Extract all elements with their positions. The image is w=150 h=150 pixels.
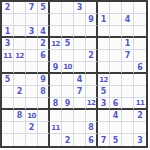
cell-r12c7-empty[interactable]: [74, 134, 86, 146]
cell-r6c2-empty[interactable]: [14, 62, 26, 74]
cell-r2c7-empty[interactable]: [74, 14, 86, 26]
cell-r10c2-given[interactable]: 8: [14, 110, 26, 122]
cell-r3c9-empty[interactable]: [98, 26, 110, 38]
cell-r8c8-empty[interactable]: [86, 86, 98, 98]
cell-r3c11-empty[interactable]: [122, 26, 134, 38]
cell-r8c7-given[interactable]: 7: [74, 86, 86, 98]
cell-r4c11-given[interactable]: 1: [122, 38, 134, 50]
cell-r6c12-given[interactable]: 6: [134, 62, 146, 74]
cell-r8c3-empty[interactable]: [26, 86, 38, 98]
cell-r3c6-empty[interactable]: [62, 26, 74, 38]
cell-r12c8-given[interactable]: 6: [86, 134, 98, 146]
cell-r5c9-empty[interactable]: [98, 50, 110, 62]
cell-r12c5-empty[interactable]: [50, 134, 62, 146]
cell-r8c2-given[interactable]: 2: [14, 86, 26, 98]
cell-r4c6-given[interactable]: 5: [62, 38, 74, 50]
cell-r8c12-empty[interactable]: [134, 86, 146, 98]
cell-r2c10-empty[interactable]: [110, 14, 122, 26]
cell-r3c12-empty[interactable]: [134, 26, 146, 38]
cell-r11c3-given[interactable]: 2: [26, 122, 38, 134]
cell-r10c11-empty[interactable]: [122, 110, 134, 122]
cell-r9c4-empty[interactable]: [38, 98, 50, 110]
cell-r11c6-empty[interactable]: [62, 122, 74, 134]
cell-r6c11-empty[interactable]: [122, 62, 134, 74]
cell-r9c10-given[interactable]: 6: [110, 98, 122, 110]
cell-r10c12-given[interactable]: 2: [134, 110, 146, 122]
cell-r11c2-empty[interactable]: [14, 122, 26, 134]
cell-r9c3-empty[interactable]: [26, 98, 38, 110]
cell-r6c7-empty[interactable]: [74, 62, 86, 74]
cell-r6c6-given[interactable]: 10: [62, 62, 74, 74]
cell-r8c5-empty[interactable]: [50, 86, 62, 98]
cell-r7c3-empty[interactable]: [26, 74, 38, 86]
cell-r11c1-empty[interactable]: [2, 122, 14, 134]
cell-r3c7-empty[interactable]: [74, 26, 86, 38]
cell-r5c11-given[interactable]: 7: [122, 50, 134, 62]
cell-r11c9-empty[interactable]: [98, 122, 110, 134]
cell-r5c2-given[interactable]: 12: [14, 50, 26, 62]
cell-r2c9-given[interactable]: 1: [98, 14, 110, 26]
cell-r9c1-empty[interactable]: [2, 98, 14, 110]
cell-r4c3-empty[interactable]: [26, 38, 38, 50]
cell-r7c7-given[interactable]: 4: [74, 74, 86, 86]
cell-r3c3-given[interactable]: 3: [26, 26, 38, 38]
cell-r7c9-given[interactable]: 12: [98, 74, 110, 86]
cell-r4c1-given[interactable]: 3: [2, 38, 14, 50]
cell-r9c12-given[interactable]: 11: [134, 98, 146, 110]
cell-r6c9-empty[interactable]: [98, 62, 110, 74]
cell-r5c6-empty[interactable]: [62, 50, 74, 62]
cell-r1c4-given[interactable]: 5: [38, 2, 50, 14]
cell-r12c12-given[interactable]: 3: [134, 134, 146, 146]
cell-r12c6-given[interactable]: 2: [62, 134, 74, 146]
cell-r4c9-empty[interactable]: [98, 38, 110, 50]
cell-r1c11-empty[interactable]: [122, 2, 134, 14]
cell-r9c6-given[interactable]: 9: [62, 98, 74, 110]
cell-r11c4-empty[interactable]: [38, 122, 50, 134]
cell-r3c2-empty[interactable]: [14, 26, 26, 38]
cell-r2c12-empty[interactable]: [134, 14, 146, 26]
cell-r11c11-empty[interactable]: [122, 122, 134, 134]
cell-r1c7-given[interactable]: 3: [74, 2, 86, 14]
cell-r12c3-empty[interactable]: [26, 134, 38, 146]
cell-r5c5-empty[interactable]: [50, 50, 62, 62]
cell-r10c9-empty[interactable]: [98, 110, 110, 122]
cell-r7c2-empty[interactable]: [14, 74, 26, 86]
cell-r12c4-empty[interactable]: [38, 134, 50, 146]
cell-r10c10-given[interactable]: 4: [110, 110, 122, 122]
cell-r3c5-empty[interactable]: [50, 26, 62, 38]
cell-r8c11-empty[interactable]: [122, 86, 134, 98]
cell-r9c9-given[interactable]: 3: [98, 98, 110, 110]
cell-r2c3-empty[interactable]: [26, 14, 38, 26]
cell-r4c5-given[interactable]: 12: [50, 38, 62, 50]
sudoku-board: 2753914134321251111262791065941228758912…: [0, 0, 148, 148]
cell-r6c1-empty[interactable]: [2, 62, 14, 74]
cell-r1c5-empty[interactable]: [50, 2, 62, 14]
cell-r2c2-empty[interactable]: [14, 14, 26, 26]
cell-r7c5-empty[interactable]: [50, 74, 62, 86]
cell-r4c2-empty[interactable]: [14, 38, 26, 50]
cell-r11c7-empty[interactable]: [74, 122, 86, 134]
cell-r12c2-empty[interactable]: [14, 134, 26, 146]
cell-r5c10-empty[interactable]: [110, 50, 122, 62]
cell-r3c10-empty[interactable]: [110, 26, 122, 38]
cell-r5c3-empty[interactable]: [26, 50, 38, 62]
cell-r11c10-empty[interactable]: [110, 122, 122, 134]
cell-r1c1-given[interactable]: 2: [2, 2, 14, 14]
cell-r9c2-empty[interactable]: [14, 98, 26, 110]
cell-r7c10-empty[interactable]: [110, 74, 122, 86]
cell-r9c7-empty[interactable]: [74, 98, 86, 110]
cell-r9c5-given[interactable]: 8: [50, 98, 62, 110]
cell-r8c9-given[interactable]: 5: [98, 86, 110, 98]
cell-r10c7-empty[interactable]: [74, 110, 86, 122]
cell-r4c12-empty[interactable]: [134, 38, 146, 50]
cell-r1c6-empty[interactable]: [62, 2, 74, 14]
cell-r2c5-empty[interactable]: [50, 14, 62, 26]
cell-r11c5-given[interactable]: 11: [50, 122, 62, 134]
cell-r1c2-empty[interactable]: [14, 2, 26, 14]
cell-r2c8-given[interactable]: 9: [86, 14, 98, 26]
cell-r1c10-empty[interactable]: [110, 2, 122, 14]
cell-r4c7-empty[interactable]: [74, 38, 86, 50]
cell-r4c4-given[interactable]: 2: [38, 38, 50, 50]
cell-r2c6-empty[interactable]: [62, 14, 74, 26]
cell-r8c10-empty[interactable]: [110, 86, 122, 98]
cell-r10c8-empty[interactable]: [86, 110, 98, 122]
cell-r10c5-empty[interactable]: [50, 110, 62, 122]
cell-r6c4-empty[interactable]: [38, 62, 50, 74]
cell-r1c9-empty[interactable]: [98, 2, 110, 14]
cell-r12c9-given[interactable]: 7: [98, 134, 110, 146]
cell-r1c12-empty[interactable]: [134, 2, 146, 14]
cell-r10c6-empty[interactable]: [62, 110, 74, 122]
cell-r1c8-empty[interactable]: [86, 2, 98, 14]
cell-r7c1-given[interactable]: 5: [2, 74, 14, 86]
cell-r7c11-empty[interactable]: [122, 74, 134, 86]
cell-r5c4-given[interactable]: 6: [38, 50, 50, 62]
cell-r7c8-empty[interactable]: [86, 74, 98, 86]
cell-r7c6-empty[interactable]: [62, 74, 74, 86]
cell-r10c3-given[interactable]: 10: [26, 110, 38, 122]
cell-r10c4-empty[interactable]: [38, 110, 50, 122]
cell-r5c1-given[interactable]: 11: [2, 50, 14, 62]
cell-r2c11-given[interactable]: 4: [122, 14, 134, 26]
cell-r8c1-empty[interactable]: [2, 86, 14, 98]
cell-r6c10-empty[interactable]: [110, 62, 122, 74]
cell-r3c1-given[interactable]: 1: [2, 26, 14, 38]
cell-r5c8-given[interactable]: 2: [86, 50, 98, 62]
cell-r10c1-empty[interactable]: [2, 110, 14, 122]
cell-r2c4-empty[interactable]: [38, 14, 50, 26]
cell-r7c4-given[interactable]: 9: [38, 74, 50, 86]
cell-r8c6-empty[interactable]: [62, 86, 74, 98]
cell-r6c3-empty[interactable]: [26, 62, 38, 74]
cell-r9c11-empty[interactable]: [122, 98, 134, 110]
cell-r6c8-empty[interactable]: [86, 62, 98, 74]
cell-r5c7-empty[interactable]: [74, 50, 86, 62]
cell-r4c8-empty[interactable]: [86, 38, 98, 50]
cell-r6c5-given[interactable]: 9: [50, 62, 62, 74]
cell-r9c8-given[interactable]: 12: [86, 98, 98, 110]
cell-r3c8-empty[interactable]: [86, 26, 98, 38]
cell-r11c12-empty[interactable]: [134, 122, 146, 134]
cell-r7c12-empty[interactable]: [134, 74, 146, 86]
cell-r1c3-given[interactable]: 7: [26, 2, 38, 14]
cell-r12c1-empty[interactable]: [2, 134, 14, 146]
cell-r12c11-empty[interactable]: [122, 134, 134, 146]
cell-r8c4-given[interactable]: 8: [38, 86, 50, 98]
cell-r4c10-empty[interactable]: [110, 38, 122, 50]
cell-r5c12-empty[interactable]: [134, 50, 146, 62]
cell-r3c4-given[interactable]: 4: [38, 26, 50, 38]
cell-r11c8-given[interactable]: 8: [86, 122, 98, 134]
cell-r2c1-empty[interactable]: [2, 14, 14, 26]
cell-r12c10-given[interactable]: 5: [110, 134, 122, 146]
